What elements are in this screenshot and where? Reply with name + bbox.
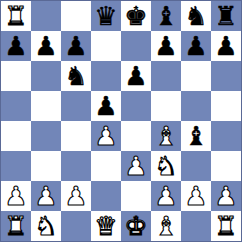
chess-board: ♜♛♚♝♞♜♟♟♟♟♟♟♞♟♟♟♝♝♟♞♟♟♟♟♟♟♜♞♛♚♝♜	[0, 0, 242, 242]
white-queen[interactable]: ♛	[94, 211, 117, 241]
square-a8[interactable]: ♜	[1, 1, 31, 31]
white-knight[interactable]: ♞	[34, 211, 57, 241]
white-pawn[interactable]: ♟	[184, 181, 207, 211]
square-d4[interactable]: ♟	[91, 121, 121, 151]
square-h5[interactable]	[211, 91, 241, 121]
square-e3[interactable]: ♟	[121, 151, 151, 181]
square-a7[interactable]: ♟	[1, 31, 31, 61]
square-f3[interactable]: ♞	[151, 151, 181, 181]
square-a5[interactable]	[1, 91, 31, 121]
square-c8[interactable]	[61, 1, 91, 31]
square-a4[interactable]	[1, 121, 31, 151]
square-c2[interactable]: ♟	[61, 181, 91, 211]
black-pawn[interactable]: ♟	[34, 31, 57, 61]
square-g2[interactable]: ♟	[181, 181, 211, 211]
black-knight[interactable]: ♞	[184, 1, 207, 31]
black-knight[interactable]: ♞	[64, 61, 87, 91]
square-c4[interactable]	[61, 121, 91, 151]
square-b4[interactable]	[31, 121, 61, 151]
square-f7[interactable]: ♟	[151, 31, 181, 61]
black-rook[interactable]: ♜	[214, 1, 237, 31]
square-d8[interactable]: ♛	[91, 1, 121, 31]
square-g1[interactable]	[181, 211, 211, 241]
white-rook[interactable]: ♜	[4, 211, 27, 241]
square-h4[interactable]	[211, 121, 241, 151]
square-c1[interactable]	[61, 211, 91, 241]
square-h7[interactable]: ♟	[211, 31, 241, 61]
black-king[interactable]: ♚	[124, 1, 147, 31]
square-g5[interactable]	[181, 91, 211, 121]
square-f8[interactable]: ♝	[151, 1, 181, 31]
square-h1[interactable]: ♜	[211, 211, 241, 241]
square-f4[interactable]: ♝	[151, 121, 181, 151]
square-f2[interactable]: ♟	[151, 181, 181, 211]
square-b6[interactable]	[31, 61, 61, 91]
square-g7[interactable]: ♟	[181, 31, 211, 61]
square-h2[interactable]: ♟	[211, 181, 241, 211]
black-pawn[interactable]: ♟	[94, 91, 117, 121]
black-pawn[interactable]: ♟	[154, 31, 177, 61]
black-pawn[interactable]: ♟	[184, 31, 207, 61]
square-b7[interactable]: ♟	[31, 31, 61, 61]
white-pawn[interactable]: ♟	[214, 181, 237, 211]
black-pawn[interactable]: ♟	[214, 31, 237, 61]
square-g4[interactable]: ♝	[181, 121, 211, 151]
white-pawn[interactable]: ♟	[124, 151, 147, 181]
white-bishop[interactable]: ♝	[154, 121, 177, 151]
white-pawn[interactable]: ♟	[154, 181, 177, 211]
square-b1[interactable]: ♞	[31, 211, 61, 241]
square-e2[interactable]	[121, 181, 151, 211]
white-rook[interactable]: ♜	[4, 1, 27, 31]
square-b2[interactable]: ♟	[31, 181, 61, 211]
square-d3[interactable]	[91, 151, 121, 181]
square-g3[interactable]	[181, 151, 211, 181]
square-e1[interactable]: ♚	[121, 211, 151, 241]
square-a3[interactable]	[1, 151, 31, 181]
black-bishop[interactable]: ♝	[184, 121, 207, 151]
white-rook[interactable]: ♜	[214, 211, 237, 241]
square-f5[interactable]	[151, 91, 181, 121]
square-f6[interactable]	[151, 61, 181, 91]
white-pawn[interactable]: ♟	[64, 181, 87, 211]
square-d7[interactable]	[91, 31, 121, 61]
square-c6[interactable]: ♞	[61, 61, 91, 91]
square-g6[interactable]	[181, 61, 211, 91]
black-pawn[interactable]: ♟	[64, 31, 87, 61]
square-c3[interactable]	[61, 151, 91, 181]
white-king[interactable]: ♚	[124, 211, 147, 241]
square-d2[interactable]	[91, 181, 121, 211]
square-b5[interactable]	[31, 91, 61, 121]
black-pawn[interactable]: ♟	[4, 31, 27, 61]
square-d1[interactable]: ♛	[91, 211, 121, 241]
square-b8[interactable]	[31, 1, 61, 31]
black-bishop[interactable]: ♝	[154, 1, 177, 31]
square-a2[interactable]: ♟	[1, 181, 31, 211]
square-c5[interactable]	[61, 91, 91, 121]
square-a1[interactable]: ♜	[1, 211, 31, 241]
square-e7[interactable]	[121, 31, 151, 61]
white-knight[interactable]: ♞	[154, 151, 177, 181]
white-pawn[interactable]: ♟	[4, 181, 27, 211]
white-pawn[interactable]: ♟	[94, 121, 117, 151]
square-a6[interactable]	[1, 61, 31, 91]
square-h6[interactable]	[211, 61, 241, 91]
square-e8[interactable]: ♚	[121, 1, 151, 31]
white-pawn[interactable]: ♟	[34, 181, 57, 211]
square-d6[interactable]	[91, 61, 121, 91]
square-f1[interactable]: ♝	[151, 211, 181, 241]
square-b3[interactable]	[31, 151, 61, 181]
black-queen[interactable]: ♛	[94, 1, 117, 31]
square-d5[interactable]: ♟	[91, 91, 121, 121]
square-c7[interactable]: ♟	[61, 31, 91, 61]
square-h3[interactable]	[211, 151, 241, 181]
black-pawn[interactable]: ♟	[124, 61, 147, 91]
square-e4[interactable]	[121, 121, 151, 151]
square-e5[interactable]	[121, 91, 151, 121]
square-e6[interactable]: ♟	[121, 61, 151, 91]
square-g8[interactable]: ♞	[181, 1, 211, 31]
white-bishop[interactable]: ♝	[154, 211, 177, 241]
square-h8[interactable]: ♜	[211, 1, 241, 31]
